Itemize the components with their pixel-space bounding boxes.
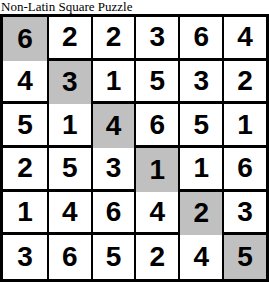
- cell-r2c2[interactable]: 3: [47, 61, 91, 105]
- cell-r4c3[interactable]: 3: [91, 148, 135, 192]
- cell-r1c6[interactable]: 4: [222, 17, 266, 61]
- cell-r2c6[interactable]: 2: [222, 61, 266, 105]
- cell-r6c5[interactable]: 4: [178, 235, 222, 279]
- cell-r1c4[interactable]: 3: [134, 17, 178, 61]
- cell-r3c5[interactable]: 5: [178, 104, 222, 148]
- cell-r3c2[interactable]: 1: [47, 104, 91, 148]
- cell-r6c2[interactable]: 6: [47, 235, 91, 279]
- cell-r1c3[interactable]: 2: [91, 17, 135, 61]
- cell-r6c1[interactable]: 3: [3, 235, 47, 279]
- cell-r2c1[interactable]: 4: [3, 61, 47, 105]
- cell-r5c3[interactable]: 6: [91, 192, 135, 236]
- cell-r3c4[interactable]: 6: [134, 104, 178, 148]
- cell-r4c1[interactable]: 2: [3, 148, 47, 192]
- cell-r3c1[interactable]: 5: [3, 104, 47, 148]
- cell-r5c4[interactable]: 4: [134, 192, 178, 236]
- cell-r6c3[interactable]: 5: [91, 235, 135, 279]
- puzzle-title: Non-Latin Square Puzzle: [0, 0, 269, 14]
- puzzle-board: 622364431532514651253116146423365245: [0, 14, 269, 282]
- cell-r5c1[interactable]: 1: [3, 192, 47, 236]
- cell-r3c6[interactable]: 1: [222, 104, 266, 148]
- cell-r2c4[interactable]: 5: [134, 61, 178, 105]
- cell-r4c5[interactable]: 1: [178, 148, 222, 192]
- cell-r5c5[interactable]: 2: [178, 192, 222, 236]
- cell-r2c5[interactable]: 3: [178, 61, 222, 105]
- puzzle-page: Non-Latin Square Puzzle 6223644315325146…: [0, 0, 269, 282]
- cell-r1c2[interactable]: 2: [47, 17, 91, 61]
- cell-r6c6[interactable]: 5: [222, 235, 266, 279]
- cell-r4c2[interactable]: 5: [47, 148, 91, 192]
- cell-r2c3[interactable]: 1: [91, 61, 135, 105]
- cell-r5c2[interactable]: 4: [47, 192, 91, 236]
- cell-r5c6[interactable]: 3: [222, 192, 266, 236]
- cell-r4c4[interactable]: 1: [134, 148, 178, 192]
- cell-r1c1[interactable]: 6: [3, 17, 47, 61]
- cell-r4c6[interactable]: 6: [222, 148, 266, 192]
- cell-r1c5[interactable]: 6: [178, 17, 222, 61]
- cell-r3c3[interactable]: 4: [91, 104, 135, 148]
- cell-r6c4[interactable]: 2: [134, 235, 178, 279]
